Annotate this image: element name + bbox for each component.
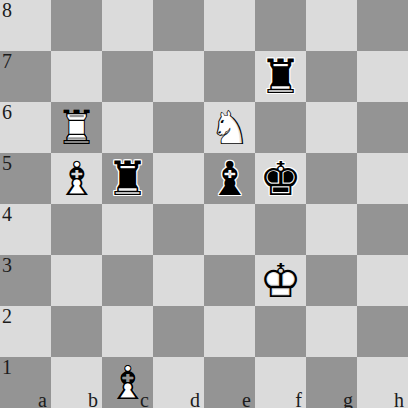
square-d7[interactable] <box>153 51 204 102</box>
square-a3[interactable]: 3 <box>0 255 51 306</box>
square-h5[interactable] <box>357 153 408 204</box>
black-king-icon: ♚ <box>255 153 306 204</box>
square-e2[interactable] <box>204 306 255 357</box>
square-f8[interactable] <box>255 0 306 51</box>
square-a1[interactable]: 1a <box>0 357 51 408</box>
square-b7[interactable] <box>51 51 102 102</box>
black-rook-icon: ♜ <box>102 153 153 204</box>
white-bishop[interactable]: ♝♗ <box>102 357 153 408</box>
square-b5[interactable]: ♝♗ <box>51 153 102 204</box>
square-a6[interactable]: 6 <box>0 102 51 153</box>
rank-label-2: 2 <box>2 305 12 327</box>
square-h3[interactable] <box>357 255 408 306</box>
square-g7[interactable] <box>306 51 357 102</box>
square-d2[interactable] <box>153 306 204 357</box>
square-a5[interactable]: 5 <box>0 153 51 204</box>
file-label-f: f <box>295 389 302 408</box>
square-c4[interactable] <box>102 204 153 255</box>
white-bishop-outline-icon: ♗ <box>102 357 153 408</box>
file-label-d: d <box>190 389 200 408</box>
square-a7[interactable]: 7 <box>0 51 51 102</box>
square-a4[interactable]: 4 <box>0 204 51 255</box>
chess-board: 87♜6♜♖♞♘5♝♗♜♝♚43♚♔21abc♝♗defgh <box>0 0 408 408</box>
file-label-a: a <box>38 389 47 408</box>
white-knight-outline-icon: ♘ <box>204 102 255 153</box>
white-rook-outline-icon: ♖ <box>51 102 102 153</box>
rank-label-3: 3 <box>2 254 12 276</box>
white-rook[interactable]: ♜♖ <box>51 102 102 153</box>
square-g6[interactable] <box>306 102 357 153</box>
square-b1[interactable]: b <box>51 357 102 408</box>
rank-label-1: 1 <box>2 356 12 378</box>
square-g1[interactable]: g <box>306 357 357 408</box>
square-e5[interactable]: ♝ <box>204 153 255 204</box>
white-knight[interactable]: ♞♘ <box>204 102 255 153</box>
square-d5[interactable] <box>153 153 204 204</box>
rank-label-4: 4 <box>2 203 12 225</box>
square-g5[interactable] <box>306 153 357 204</box>
square-f6[interactable] <box>255 102 306 153</box>
square-e6[interactable]: ♞♘ <box>204 102 255 153</box>
rank-label-7: 7 <box>2 50 12 72</box>
square-h8[interactable] <box>357 0 408 51</box>
square-c5[interactable]: ♜ <box>102 153 153 204</box>
square-c8[interactable] <box>102 0 153 51</box>
square-a2[interactable]: 2 <box>0 306 51 357</box>
square-d4[interactable] <box>153 204 204 255</box>
square-c2[interactable] <box>102 306 153 357</box>
square-c3[interactable] <box>102 255 153 306</box>
white-king-outline-icon: ♔ <box>255 255 306 306</box>
black-rook[interactable]: ♜ <box>255 51 306 102</box>
file-label-h: h <box>394 389 404 408</box>
square-b8[interactable] <box>51 0 102 51</box>
square-b3[interactable] <box>51 255 102 306</box>
square-d6[interactable] <box>153 102 204 153</box>
square-g3[interactable] <box>306 255 357 306</box>
square-g4[interactable] <box>306 204 357 255</box>
white-king[interactable]: ♚♔ <box>255 255 306 306</box>
square-b2[interactable] <box>51 306 102 357</box>
square-c6[interactable] <box>102 102 153 153</box>
rank-label-5: 5 <box>2 152 12 174</box>
square-g2[interactable] <box>306 306 357 357</box>
square-e3[interactable] <box>204 255 255 306</box>
rank-label-6: 6 <box>2 101 12 123</box>
square-d1[interactable]: d <box>153 357 204 408</box>
square-e8[interactable] <box>204 0 255 51</box>
square-b4[interactable] <box>51 204 102 255</box>
square-h2[interactable] <box>357 306 408 357</box>
black-rook-icon: ♜ <box>255 51 306 102</box>
square-f1[interactable]: f <box>255 357 306 408</box>
square-f2[interactable] <box>255 306 306 357</box>
file-label-b: b <box>88 389 98 408</box>
black-bishop-icon: ♝ <box>204 153 255 204</box>
white-bishop-outline-icon: ♗ <box>51 153 102 204</box>
square-a8[interactable]: 8 <box>0 0 51 51</box>
square-f4[interactable] <box>255 204 306 255</box>
square-d8[interactable] <box>153 0 204 51</box>
file-label-e: e <box>242 389 251 408</box>
square-h6[interactable] <box>357 102 408 153</box>
black-king[interactable]: ♚ <box>255 153 306 204</box>
square-h4[interactable] <box>357 204 408 255</box>
black-rook[interactable]: ♜ <box>102 153 153 204</box>
square-e4[interactable] <box>204 204 255 255</box>
square-e7[interactable] <box>204 51 255 102</box>
square-h7[interactable] <box>357 51 408 102</box>
square-b6[interactable]: ♜♖ <box>51 102 102 153</box>
square-f5[interactable]: ♚ <box>255 153 306 204</box>
square-c7[interactable] <box>102 51 153 102</box>
rank-label-8: 8 <box>2 0 12 21</box>
square-d3[interactable] <box>153 255 204 306</box>
white-bishop[interactable]: ♝♗ <box>51 153 102 204</box>
square-e1[interactable]: e <box>204 357 255 408</box>
square-c1[interactable]: c♝♗ <box>102 357 153 408</box>
square-h1[interactable]: h <box>357 357 408 408</box>
square-g8[interactable] <box>306 0 357 51</box>
square-f7[interactable]: ♜ <box>255 51 306 102</box>
square-f3[interactable]: ♚♔ <box>255 255 306 306</box>
file-label-g: g <box>343 389 353 408</box>
black-bishop[interactable]: ♝ <box>204 153 255 204</box>
